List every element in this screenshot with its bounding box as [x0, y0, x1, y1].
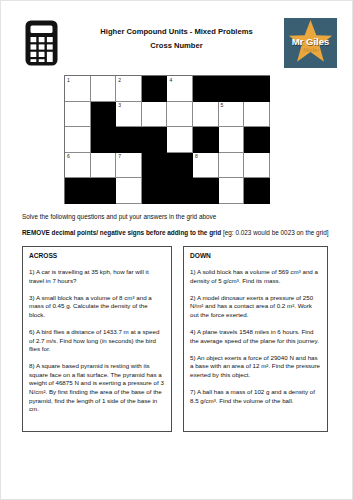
clue-item: 4) A plane travels 1548 miles in 6 hours… [190, 328, 321, 345]
clue-number: 6 [67, 153, 70, 159]
instruction-note-rest: [eg: 0.023 would be 0023 on the grid] [221, 229, 328, 236]
grid-cell-r2c6[interactable] [193, 102, 219, 128]
clue-item: 1) A solid block has a volume of 569 cm³… [190, 268, 321, 285]
grid-cell-r1c8 [244, 76, 270, 102]
grid-cell-r2c7[interactable]: 5 [219, 102, 245, 128]
grid-cell-r5c4 [142, 178, 168, 204]
clue-item: 7) A ball has a mass of 102 g and a dens… [190, 388, 321, 405]
page-title: Higher Compound Units - Mixed Problems C… [70, 25, 283, 52]
clue-number: 7 [118, 153, 121, 159]
grid-cell-r1c7 [219, 76, 245, 102]
logo-subtitle: Maths [284, 47, 337, 53]
grid-cell-r1c3[interactable]: 2 [116, 76, 142, 102]
clue-number: 5 [221, 102, 224, 108]
across-clue-list: 1) A car is travelling at 35 kph, how fa… [29, 268, 165, 414]
title-line-1: Higher Compound Units - Mixed Problems [70, 25, 283, 39]
grid-cell-r4c2[interactable] [91, 153, 117, 179]
grid-cell-r1c2[interactable] [91, 76, 117, 102]
clue-item: 8) A square based pyramid is resting wit… [29, 362, 165, 414]
grid-cell-r3c8 [244, 127, 270, 153]
clue-number: 3 [118, 102, 121, 108]
down-clue-list: 1) A solid block has a volume of 569 cm³… [190, 268, 321, 405]
mr-giles-maths-logo: Mr Giles Maths [284, 18, 337, 68]
grid-cell-r4c8[interactable] [244, 153, 270, 179]
grid-cell-r1c1[interactable]: 1 [65, 76, 91, 102]
grid-cell-r3c7[interactable] [219, 127, 245, 153]
grid-cell-r4c6[interactable]: 8 [193, 153, 219, 179]
clue-number: 8 [195, 153, 198, 159]
grid-cell-r4c3[interactable]: 7 [116, 153, 142, 179]
grid-cell-r5c8 [244, 178, 270, 204]
grid-cell-r2c3[interactable]: 3 [116, 102, 142, 128]
title-line-2: Cross Number [70, 39, 283, 53]
grid-cell-r5c7[interactable] [219, 178, 245, 204]
grid-cell-r4c5 [167, 153, 193, 179]
grid-cell-r4c7[interactable] [219, 153, 245, 179]
across-heading: ACROSS [29, 252, 165, 259]
clue-item: 1) A car is travelling at 35 kph, how fa… [29, 268, 165, 285]
grid-cell-r3c5[interactable] [167, 127, 193, 153]
clue-item: 2) A model dinosaur exerts a pressure of… [190, 294, 321, 320]
calculator-icon [25, 20, 58, 66]
grid-cell-r2c2 [91, 102, 117, 128]
clue-number: 2 [118, 77, 121, 83]
grid-cell-r3c3 [116, 127, 142, 153]
grid-cell-r3c1[interactable] [65, 127, 91, 153]
grid-cell-r5c5 [167, 178, 193, 204]
grid-cell-r2c1[interactable] [65, 102, 91, 128]
grid-cell-r2c8[interactable] [244, 102, 270, 128]
logo-name: Mr Giles [284, 36, 337, 47]
grid-cell-r1c5[interactable]: 4 [167, 76, 193, 102]
grid-cell-r4c1[interactable]: 6 [65, 153, 91, 179]
instruction-note-bold: REMOVE decimal points/ negative signs be… [22, 229, 221, 236]
across-clues-box: ACROSS 1) A car is travelling at 35 kph,… [22, 246, 172, 432]
down-heading: DOWN [190, 252, 321, 259]
grid-cell-r5c1 [65, 178, 91, 204]
grid-cell-r3c2 [91, 127, 117, 153]
instruction-note: REMOVE decimal points/ negative signs be… [22, 229, 329, 236]
grid-cell-r5c3[interactable] [116, 178, 142, 204]
crossnumber-grid: 12435678 [64, 75, 270, 204]
grid-cell-r5c6 [193, 178, 219, 204]
clue-item: 6) A bird flies a distance of 1433.7 m a… [29, 328, 165, 354]
grid-cell-r3c6 [193, 127, 219, 153]
grid-cell-r2c5[interactable] [167, 102, 193, 128]
grid-cell-r1c4 [142, 76, 168, 102]
clue-item: 5) An object exerts a force of 29040 N a… [190, 354, 321, 380]
clue-item: 3) A small block has a volume of 8 cm³ a… [29, 294, 165, 320]
grid-cell-r4c4 [142, 153, 168, 179]
instruction-line: Solve the following questions and put yo… [22, 213, 216, 220]
clue-number: 1 [67, 77, 70, 83]
grid-cell-r3c4 [142, 127, 168, 153]
grid-cell-r2c4[interactable] [142, 102, 168, 128]
worksheet-page: Higher Compound Units - Mixed Problems C… [0, 0, 353, 500]
clue-number: 4 [169, 77, 172, 83]
grid-cell-r1c6 [193, 76, 219, 102]
down-clues-box: DOWN 1) A solid block has a volume of 56… [183, 246, 328, 432]
grid-cell-r5c2 [91, 178, 117, 204]
